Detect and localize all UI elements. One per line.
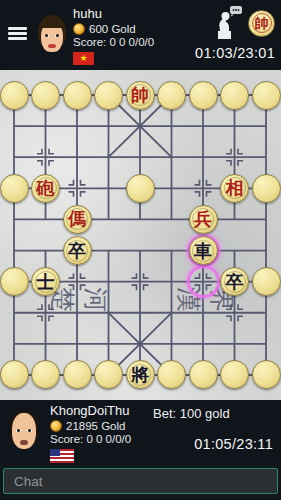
piece-facedown-r0c0[interactable] [0, 81, 29, 110]
top-right-status: 帥 01:03/23:01 [195, 5, 275, 61]
piece-BA-r6c1[interactable]: 士 [31, 267, 60, 296]
piece-facedown-r0c3[interactable] [94, 81, 123, 110]
piece-facedown-r3c8[interactable] [252, 174, 281, 203]
piece-facedown-r9c2[interactable] [63, 360, 92, 389]
top-player-bar: huhu 600 Gold Score: 0 0 0/0/0 ★ [0, 0, 281, 70]
piece-RG-r0c4[interactable]: 帥 [126, 81, 155, 110]
gold-coin-icon [73, 23, 85, 35]
piece-RC-r3c1[interactable]: 砲 [31, 174, 60, 203]
bottom-player-gold: 21895 Gold [66, 420, 125, 433]
piece-RH-r4c2[interactable]: 傌 [63, 205, 92, 234]
usa-flag-icon [50, 449, 74, 463]
piece-facedown-r6c8[interactable] [252, 267, 281, 296]
bet-label: Bet: 100 gold [153, 406, 230, 421]
bottom-player-name: KhongDoiThu [50, 404, 131, 419]
piece-facedown-r9c0[interactable] [0, 360, 29, 389]
top-player-gold: 600 Gold [89, 23, 136, 36]
chat-input[interactable]: Chat [3, 468, 278, 494]
board-grid [0, 70, 281, 400]
top-player-name: huhu [73, 7, 154, 22]
bottom-player-info: KhongDoiThu 21895 Gold Score: 0 0 0/0/0 [50, 404, 131, 463]
top-player-info: huhu 600 Gold Score: 0 0 0/0/0 ★ [73, 7, 154, 65]
thinking-player-icon [212, 5, 244, 41]
menu-icon[interactable] [8, 27, 27, 40]
chat-bar: Chat [0, 465, 281, 500]
bottom-player-avatar [8, 410, 40, 454]
piece-facedown-r3c0[interactable] [0, 174, 29, 203]
piece-facedown-r0c2[interactable] [63, 81, 92, 110]
piece-BP-r6c7[interactable]: 卒 [220, 267, 249, 296]
piece-facedown-r0c5[interactable] [157, 81, 186, 110]
red-general-side-icon: 帥 [248, 10, 275, 37]
piece-facedown-r0c8[interactable] [252, 81, 281, 110]
piece-BR-r5c6[interactable]: 車 [189, 236, 218, 265]
piece-facedown-r0c1[interactable] [31, 81, 60, 110]
bottom-player-score: Score: 0 0 0/0/0 [50, 433, 131, 446]
piece-RP-r4c6[interactable]: 兵 [189, 205, 218, 234]
piece-facedown-r6c0[interactable] [0, 267, 29, 296]
piece-facedown-r3c4[interactable] [126, 174, 155, 203]
top-player-timer: 01:03/23:01 [195, 45, 275, 61]
piece-RE-r3c7[interactable]: 相 [220, 174, 249, 203]
last-move-ring [187, 265, 220, 298]
piece-facedown-r0c7[interactable] [220, 81, 249, 110]
piece-BG-r9c4[interactable]: 將 [126, 360, 155, 389]
piece-facedown-r0c6[interactable] [189, 81, 218, 110]
gold-coin-icon [50, 420, 62, 432]
vietnam-flag-icon: ★ [73, 52, 94, 65]
bottom-player-timer: 01:05/23:11 [194, 436, 273, 452]
xiangqi-board[interactable]: 楚河 漢界 帥砲相傌兵卒車士卒將 [0, 70, 281, 400]
bottom-player-bar: KhongDoiThu 21895 Gold Score: 0 0 0/0/0 … [0, 400, 281, 465]
piece-BP-r5c2[interactable]: 卒 [63, 236, 92, 265]
xiangqi-app: huhu 600 Gold Score: 0 0 0/0/0 ★ [0, 0, 281, 500]
top-player-avatar [37, 15, 67, 57]
piece-facedown-r9c6[interactable] [189, 360, 218, 389]
piece-facedown-r9c8[interactable] [252, 360, 281, 389]
top-player-score: Score: 0 0 0/0/0 [73, 36, 154, 49]
